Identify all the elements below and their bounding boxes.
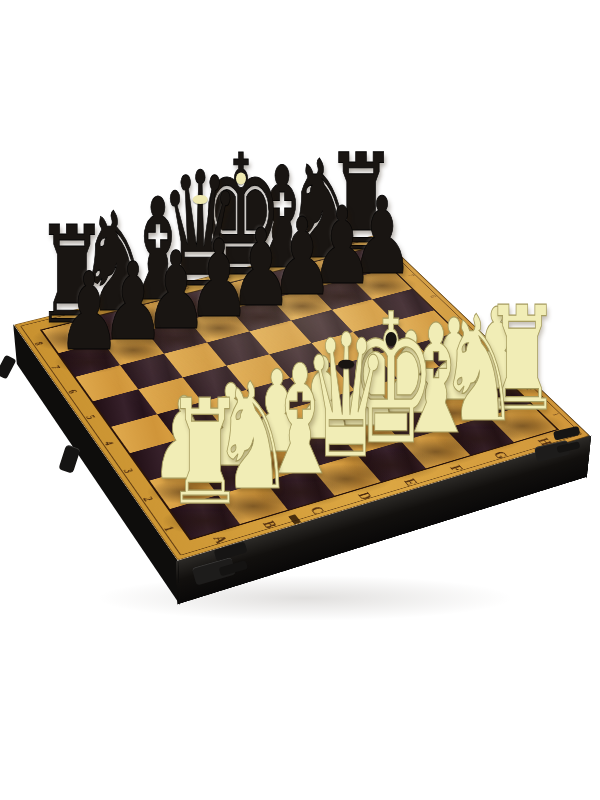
board-ground-shadow	[95, 575, 515, 621]
left-corner-knob[interactable]	[0, 354, 16, 379]
chess-board: ABCDEFGH ABCDEFGH 87654321 87654321	[14, 234, 590, 560]
ranksRight-label-7: 7	[386, 266, 435, 285]
black-king-finial	[236, 172, 246, 184]
ranksRight-label-5: 5	[430, 308, 480, 329]
black-queen-finial	[193, 195, 208, 204]
product-photo: ABCDEFGH ABCDEFGH 87654321 87654321 ♜♞♝♛…	[0, 0, 600, 800]
ranksRight-label-6: 6	[408, 287, 457, 307]
filesFar-label-H: H	[328, 236, 365, 260]
left-hinge-knob[interactable]	[58, 444, 80, 473]
